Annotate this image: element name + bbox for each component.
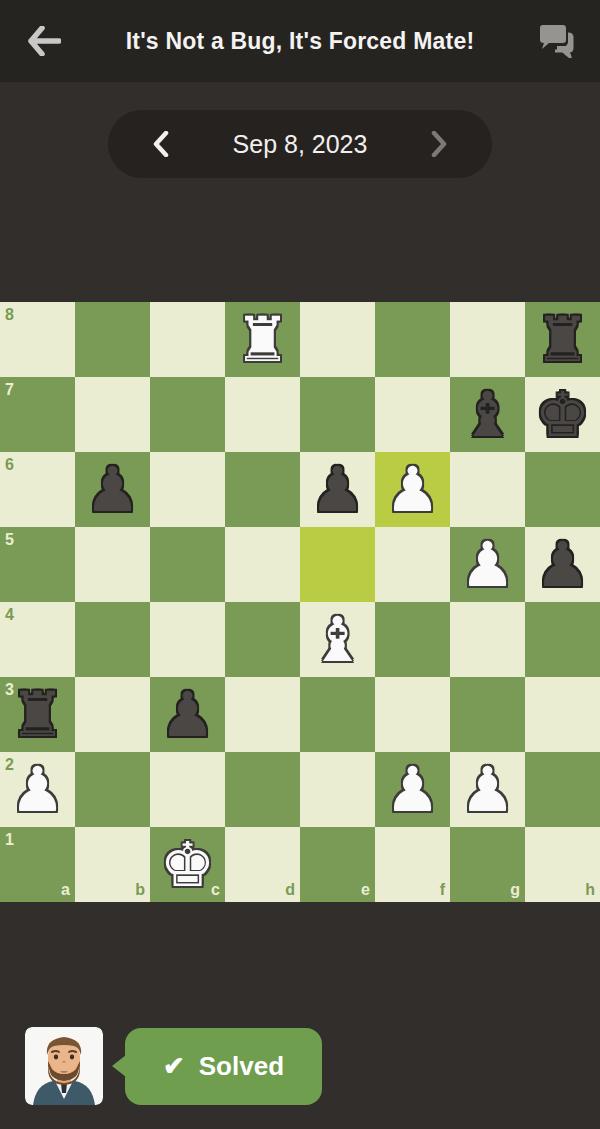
piece-black-pawn[interactable]: ♟ [300,452,375,527]
file-label-g: g [510,882,520,898]
piece-black-pawn[interactable]: ♟ [75,452,150,527]
square-b3[interactable] [75,677,150,752]
square-e5[interactable] [300,527,375,602]
square-e7[interactable] [300,377,375,452]
square-g4[interactable] [450,602,525,677]
square-f2[interactable]: ♟ [375,752,450,827]
square-a5[interactable]: 5 [0,527,75,602]
piece-white-pawn[interactable]: ♟ [375,452,450,527]
user-avatar[interactable] [25,1027,103,1105]
piece-black-rook[interactable]: ♜ [0,677,75,752]
square-h6[interactable] [525,452,600,527]
square-f3[interactable] [375,677,450,752]
file-label-b: b [135,882,145,898]
check-icon: ✔ [163,1051,185,1082]
square-f7[interactable] [375,377,450,452]
chevron-left-icon [153,131,169,157]
file-label-f: f [440,882,445,898]
bearded-man-avatar-image [25,1027,103,1105]
piece-black-rook[interactable]: ♜ [525,302,600,377]
square-c7[interactable] [150,377,225,452]
chevron-right-icon [431,131,447,157]
square-f5[interactable] [375,527,450,602]
square-f1[interactable]: f [375,827,450,902]
next-day-button[interactable] [424,129,454,159]
square-h4[interactable] [525,602,600,677]
square-b7[interactable] [75,377,150,452]
square-d1[interactable]: d [225,827,300,902]
square-c1[interactable]: c♚ [150,827,225,902]
status-row: ✔ Solved [25,1027,322,1105]
prev-day-button[interactable] [146,129,176,159]
square-e8[interactable] [300,302,375,377]
date-navigator: Sep 8, 2023 [108,110,492,178]
chess-board: 8♜♜7♝♚6♟♟♟5♟♟4♝3♜♟2♟♟♟1abc♚defgh [0,302,600,902]
square-a6[interactable]: 6 [0,452,75,527]
square-a7[interactable]: 7 [0,377,75,452]
square-h7[interactable]: ♚ [525,377,600,452]
square-e3[interactable] [300,677,375,752]
square-b4[interactable] [75,602,150,677]
square-g5[interactable]: ♟ [450,527,525,602]
square-g1[interactable]: g [450,827,525,902]
back-button[interactable] [22,19,66,63]
speech-bubbles-icon [537,24,575,58]
square-g6[interactable] [450,452,525,527]
rank-label-7: 7 [5,382,14,398]
piece-white-bishop[interactable]: ♝ [300,602,375,677]
piece-white-pawn[interactable]: ♟ [0,752,75,827]
rank-label-8: 8 [5,307,14,323]
square-c2[interactable] [150,752,225,827]
square-b8[interactable] [75,302,150,377]
square-b2[interactable] [75,752,150,827]
square-f6[interactable]: ♟ [375,452,450,527]
square-d3[interactable] [225,677,300,752]
piece-black-bishop[interactable]: ♝ [450,377,525,452]
square-a4[interactable]: 4 [0,602,75,677]
square-g7[interactable]: ♝ [450,377,525,452]
square-c3[interactable]: ♟ [150,677,225,752]
rank-label-2: 2 [5,757,14,773]
file-label-a: a [61,882,70,898]
solved-badge: ✔ Solved [125,1028,322,1105]
rank-label-3: 3 [5,682,14,698]
square-b1[interactable]: b [75,827,150,902]
file-label-h: h [585,882,595,898]
square-f4[interactable] [375,602,450,677]
square-b5[interactable] [75,527,150,602]
square-g2[interactable]: ♟ [450,752,525,827]
square-h1[interactable]: h [525,827,600,902]
chat-button[interactable] [534,19,578,63]
square-d8[interactable]: ♜ [225,302,300,377]
square-a2[interactable]: 2♟ [0,752,75,827]
solved-label: Solved [199,1051,284,1082]
square-c4[interactable] [150,602,225,677]
square-h3[interactable] [525,677,600,752]
square-e4[interactable]: ♝ [300,602,375,677]
square-f8[interactable] [375,302,450,377]
piece-white-pawn[interactable]: ♟ [375,752,450,827]
square-h8[interactable]: ♜ [525,302,600,377]
file-label-d: d [285,882,295,898]
piece-white-rook[interactable]: ♜ [225,302,300,377]
square-b6[interactable]: ♟ [75,452,150,527]
square-g8[interactable] [450,302,525,377]
piece-black-pawn[interactable]: ♟ [525,527,600,602]
rank-label-4: 4 [5,607,14,623]
square-a1[interactable]: 1a [0,827,75,902]
square-d4[interactable] [225,602,300,677]
file-label-c: c [211,882,220,898]
rank-label-1: 1 [5,832,14,848]
square-d2[interactable] [225,752,300,827]
square-d6[interactable] [225,452,300,527]
piece-black-king[interactable]: ♚ [525,377,600,452]
piece-white-king[interactable]: ♚ [150,827,225,902]
square-c6[interactable] [150,452,225,527]
date-label: Sep 8, 2023 [233,130,368,159]
square-e6[interactable]: ♟ [300,452,375,527]
square-c8[interactable] [150,302,225,377]
piece-white-pawn[interactable]: ♟ [450,752,525,827]
square-d7[interactable] [225,377,300,452]
piece-white-pawn[interactable]: ♟ [450,527,525,602]
square-g3[interactable] [450,677,525,752]
rank-label-5: 5 [5,532,14,548]
page-title: It's Not a Bug, It's Forced Mate! [66,28,534,55]
square-d5[interactable] [225,527,300,602]
square-a3[interactable]: 3♜ [0,677,75,752]
rank-label-6: 6 [5,457,14,473]
back-arrow-icon [27,26,61,56]
square-e1[interactable]: e [300,827,375,902]
square-c5[interactable] [150,527,225,602]
piece-black-pawn[interactable]: ♟ [150,677,225,752]
square-h2[interactable] [525,752,600,827]
square-a8[interactable]: 8 [0,302,75,377]
square-h5[interactable]: ♟ [525,527,600,602]
square-e2[interactable] [300,752,375,827]
file-label-e: e [361,882,370,898]
header-bar: It's Not a Bug, It's Forced Mate! [0,0,600,82]
